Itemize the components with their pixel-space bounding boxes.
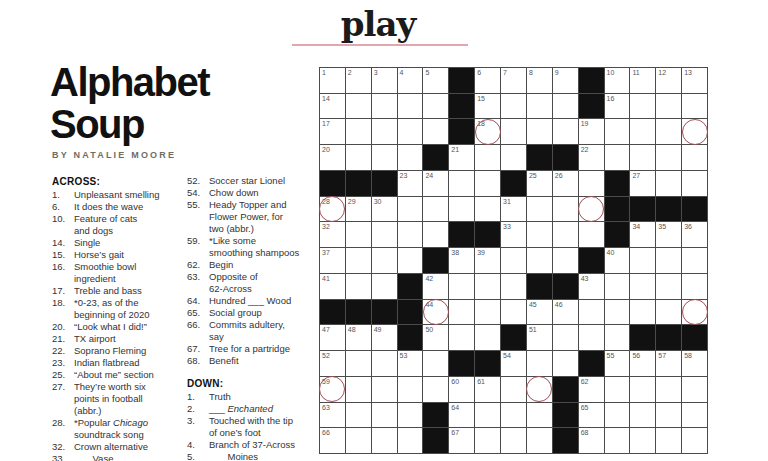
grid-cell[interactable]: 26 — [553, 171, 579, 197]
grid-cell[interactable] — [605, 428, 631, 454]
clue-text: ___ Moines — [209, 451, 321, 461]
clue-text: Crown alternative — [74, 441, 186, 453]
clue-number: 65. — [187, 307, 209, 319]
grid-cell[interactable]: 8 — [527, 68, 553, 94]
grid-cell[interactable] — [372, 119, 398, 145]
grid-cell-black — [346, 300, 372, 326]
grid-cell[interactable] — [579, 197, 605, 223]
clue-text: Soccer star Lionel — [209, 175, 321, 187]
grid-cell[interactable] — [656, 274, 682, 300]
grid-cell-black — [501, 325, 527, 351]
grid-cell[interactable]: 25 — [527, 171, 553, 197]
clue-item: 18.*0-23, as of the beginning of 2020 — [52, 297, 186, 321]
grid-cell[interactable] — [527, 94, 553, 120]
grid-cell[interactable] — [630, 300, 656, 326]
grid-cell[interactable]: 9 — [553, 68, 579, 94]
grid-cell[interactable]: 62 — [579, 377, 605, 403]
grid-cell[interactable] — [656, 428, 682, 454]
grid-cell[interactable] — [372, 403, 398, 429]
grid-cell[interactable]: 19 — [579, 119, 605, 145]
cell-number: 50 — [425, 326, 433, 334]
grid-cell[interactable] — [398, 119, 424, 145]
cell-number: 49 — [374, 326, 382, 334]
clue-text: Begin — [209, 259, 321, 271]
grid-cell[interactable]: 17 — [320, 119, 346, 145]
clue-text: Truth — [209, 391, 321, 403]
grid-cell[interactable] — [656, 171, 682, 197]
grid-cell[interactable] — [553, 325, 579, 351]
grid-cell[interactable]: 10 — [605, 68, 631, 94]
clue-number: 4. — [187, 439, 209, 451]
grid-cell[interactable] — [527, 377, 553, 403]
grid-cell-black — [553, 145, 579, 171]
clue-item: 15.Horse’s gait — [52, 249, 186, 261]
grid-cell[interactable]: 5 — [423, 68, 449, 94]
grid-cell[interactable] — [398, 94, 424, 120]
grid-cell[interactable]: 57 — [656, 351, 682, 377]
grid-cell[interactable] — [527, 222, 553, 248]
grid-cell[interactable]: 47 — [320, 325, 346, 351]
grid-cell[interactable]: 65 — [579, 403, 605, 429]
clue-number: 6. — [52, 201, 74, 213]
grid-cell[interactable] — [346, 119, 372, 145]
grid-cell-black — [527, 145, 553, 171]
clue-text: Heady Topper and Flower Power, for two (… — [209, 199, 321, 235]
grid-cell[interactable] — [553, 351, 579, 377]
clue-number: 54. — [187, 187, 209, 199]
clue-number: 62. — [187, 259, 209, 271]
cell-number: 18 — [477, 120, 485, 128]
grid-cell-black — [682, 197, 708, 223]
grid-cell[interactable]: 56 — [630, 351, 656, 377]
grid-cell[interactable] — [682, 403, 708, 429]
grid-cell[interactable]: 24 — [423, 171, 449, 197]
grid-cell[interactable] — [527, 403, 553, 429]
grid-cell[interactable]: 39 — [475, 248, 501, 274]
grid-cell[interactable] — [527, 428, 553, 454]
grid-cell[interactable]: 43 — [579, 274, 605, 300]
grid-cell[interactable] — [501, 94, 527, 120]
grid-cell[interactable] — [605, 403, 631, 429]
grid-cell[interactable]: 13 — [682, 68, 708, 94]
grid-cell[interactable] — [656, 119, 682, 145]
grid-cell[interactable] — [656, 248, 682, 274]
cell-number: 23 — [400, 172, 408, 180]
grid-cell[interactable] — [605, 377, 631, 403]
clue-text: Hundred ___ Wood — [209, 295, 321, 307]
grid-cell[interactable] — [475, 325, 501, 351]
grid-cell-black — [423, 145, 449, 171]
grid-cell[interactable] — [630, 274, 656, 300]
grid-cell[interactable] — [398, 377, 424, 403]
grid-cell[interactable]: 7 — [501, 68, 527, 94]
clue-number: 2. — [187, 403, 209, 415]
grid-cell[interactable]: 2 — [346, 68, 372, 94]
grid-cell-black — [423, 428, 449, 454]
grid-cell[interactable] — [630, 403, 656, 429]
clue-column-1: 1.Unpleasant smelling6.It does the wave1… — [52, 189, 186, 461]
grid-cell[interactable]: 29 — [346, 197, 372, 223]
grid-cell[interactable] — [398, 403, 424, 429]
clue-item: 52.Soccer star Lionel — [187, 175, 321, 187]
grid-cell[interactable] — [423, 197, 449, 223]
cell-number: 53 — [400, 352, 408, 360]
grid-cell[interactable]: 67 — [449, 428, 475, 454]
clue-text: *Like some smoothing shampoos — [209, 235, 321, 259]
clue-text: Tree for a partridge — [209, 343, 321, 355]
clue-number: 17. — [52, 285, 74, 297]
clue-item: 4.Branch of 37-Across — [187, 439, 321, 451]
grid-cell[interactable] — [527, 119, 553, 145]
grid-cell[interactable] — [630, 94, 656, 120]
grid-cell[interactable] — [527, 351, 553, 377]
grid-cell[interactable] — [449, 274, 475, 300]
grid-cell[interactable] — [630, 248, 656, 274]
grid-cell[interactable] — [656, 94, 682, 120]
cell-number: 22 — [581, 146, 589, 154]
grid-cell[interactable]: 48 — [346, 325, 372, 351]
grid-cell[interactable] — [346, 351, 372, 377]
cell-number: 68 — [581, 429, 589, 437]
clue-text: *Popular Chicago soundtrack song — [74, 417, 186, 441]
grid-cell[interactable] — [630, 428, 656, 454]
grid-cell[interactable]: 35 — [656, 222, 682, 248]
grid-cell[interactable]: 30 — [372, 197, 398, 223]
grid-cell[interactable] — [398, 428, 424, 454]
grid-cell[interactable]: 50 — [423, 325, 449, 351]
grid-cell[interactable]: 16 — [605, 94, 631, 120]
grid-cell[interactable] — [449, 325, 475, 351]
grid-cell-black — [682, 325, 708, 351]
grid-cell[interactable]: 37 — [320, 248, 346, 274]
grid-cell[interactable] — [372, 377, 398, 403]
grid-cell[interactable]: 53 — [398, 351, 424, 377]
grid-cell[interactable]: 59 — [320, 377, 346, 403]
grid-cell-black — [630, 197, 656, 223]
grid-cell[interactable] — [449, 171, 475, 197]
grid-cell[interactable]: 28 — [320, 197, 346, 223]
cell-number: 65 — [581, 404, 589, 412]
clue-number: 68. — [187, 355, 209, 367]
grid-cell[interactable]: 52 — [320, 351, 346, 377]
grid-cell[interactable] — [372, 351, 398, 377]
grid-cell[interactable]: 38 — [449, 248, 475, 274]
clue-item: 1.Unpleasant smelling — [52, 189, 186, 201]
grid-cell[interactable] — [346, 94, 372, 120]
grid-cell-black — [423, 248, 449, 274]
cell-number: 15 — [477, 95, 485, 103]
clue-item: 64.Hundred ___ Wood — [187, 295, 321, 307]
cell-number: 44 — [425, 301, 433, 309]
grid-cell[interactable]: 46 — [553, 300, 579, 326]
grid-cell[interactable] — [656, 300, 682, 326]
grid-cell[interactable] — [398, 248, 424, 274]
grid-cell[interactable] — [475, 171, 501, 197]
grid-cell[interactable] — [553, 119, 579, 145]
cell-number: 4 — [400, 69, 404, 77]
grid-cell[interactable] — [682, 248, 708, 274]
grid-cell[interactable] — [605, 274, 631, 300]
grid-cell[interactable]: 60 — [449, 377, 475, 403]
grid-cell-black — [449, 68, 475, 94]
clue-item: 25.“About me” section — [52, 369, 186, 381]
clue-item: 16.Smoothie bowl ingredient — [52, 261, 186, 285]
grid-cell[interactable] — [423, 222, 449, 248]
grid-cell[interactable]: 41 — [320, 274, 346, 300]
grid-cell[interactable]: 23 — [398, 171, 424, 197]
grid-cell[interactable]: 14 — [320, 94, 346, 120]
grid-cell[interactable] — [449, 197, 475, 223]
grid-cell[interactable]: 27 — [630, 171, 656, 197]
grid-cell[interactable] — [656, 145, 682, 171]
grid-cell[interactable] — [346, 248, 372, 274]
grid-cell[interactable] — [605, 325, 631, 351]
grid-cell[interactable] — [553, 197, 579, 223]
cell-number: 46 — [555, 301, 563, 309]
grid-cell[interactable] — [527, 248, 553, 274]
grid-cell[interactable] — [682, 428, 708, 454]
grid-cell[interactable]: 31 — [501, 197, 527, 223]
grid-cell[interactable] — [656, 377, 682, 403]
grid-cell[interactable] — [579, 222, 605, 248]
grid-cell[interactable] — [423, 119, 449, 145]
grid-cell[interactable] — [682, 171, 708, 197]
grid-cell[interactable] — [501, 119, 527, 145]
clue-number: 59. — [187, 235, 209, 259]
grid-cell[interactable]: 63 — [320, 403, 346, 429]
grid-cell-black — [423, 403, 449, 429]
puzzle-byline: BY NATALIE MOORE — [52, 150, 176, 160]
grid-cell[interactable] — [579, 300, 605, 326]
grid-cell[interactable] — [682, 145, 708, 171]
grid-cell[interactable] — [682, 377, 708, 403]
grid-cell[interactable] — [423, 377, 449, 403]
grid-cell-black — [449, 119, 475, 145]
grid-cell[interactable] — [501, 403, 527, 429]
clue-number: 22. — [52, 345, 74, 357]
cell-number: 61 — [477, 378, 485, 386]
grid-cell-black — [372, 171, 398, 197]
cell-number: 43 — [581, 275, 589, 283]
grid-cell[interactable]: 42 — [423, 274, 449, 300]
clue-number: 23. — [52, 357, 74, 369]
grid-cell[interactable] — [475, 403, 501, 429]
grid-cell[interactable]: 54 — [501, 351, 527, 377]
grid-cell[interactable] — [346, 222, 372, 248]
grid-cell[interactable] — [372, 428, 398, 454]
grid-cell[interactable] — [475, 145, 501, 171]
grid-cell[interactable] — [501, 377, 527, 403]
grid-cell[interactable] — [398, 222, 424, 248]
grid-cell[interactable]: 58 — [682, 351, 708, 377]
across-heading: ACROSS: — [52, 176, 100, 187]
grid-cell[interactable] — [475, 300, 501, 326]
clue-item: 32.Crown alternative — [52, 441, 186, 453]
grid-cell[interactable] — [423, 351, 449, 377]
grid-cell[interactable] — [553, 248, 579, 274]
grid-cell[interactable] — [372, 94, 398, 120]
grid-cell-black — [605, 222, 631, 248]
clue-number: 28. — [52, 417, 74, 441]
grid-cell[interactable]: 20 — [320, 145, 346, 171]
clue-number: 20. — [52, 321, 74, 333]
cell-number: 36 — [684, 223, 692, 231]
grid-cell[interactable] — [372, 222, 398, 248]
clue-number: 10. — [52, 213, 74, 237]
grid-cell[interactable]: 18 — [475, 119, 501, 145]
cell-number: 64 — [451, 404, 459, 412]
grid-cell[interactable]: 32 — [320, 222, 346, 248]
grid-cell[interactable] — [346, 403, 372, 429]
grid-cell[interactable]: 55 — [605, 351, 631, 377]
grid-cell[interactable] — [372, 248, 398, 274]
grid-cell[interactable] — [501, 274, 527, 300]
grid-cell[interactable]: 51 — [527, 325, 553, 351]
grid-cell-black — [320, 300, 346, 326]
grid-cell[interactable]: 11 — [630, 68, 656, 94]
clue-number: 15. — [52, 249, 74, 261]
clue-text: Chow down — [209, 187, 321, 199]
grid-cell[interactable] — [630, 119, 656, 145]
grid-cell-black — [579, 248, 605, 274]
grid-cell[interactable] — [346, 145, 372, 171]
clue-item: 65.Social group — [187, 307, 321, 319]
grid-cell[interactable]: 21 — [449, 145, 475, 171]
grid-cell[interactable] — [449, 300, 475, 326]
grid-cell[interactable] — [553, 94, 579, 120]
grid-cell[interactable] — [501, 300, 527, 326]
clue-number: 66. — [187, 319, 209, 343]
grid-cell[interactable] — [398, 197, 424, 223]
grid-cell[interactable]: 66 — [320, 428, 346, 454]
grid-cell[interactable] — [682, 300, 708, 326]
grid-cell[interactable] — [630, 145, 656, 171]
clue-text: Treble and bass — [74, 285, 186, 297]
cell-number: 35 — [658, 223, 666, 231]
grid-cell[interactable] — [423, 94, 449, 120]
grid-cell[interactable]: 61 — [475, 377, 501, 403]
grid-cell[interactable]: 45 — [527, 300, 553, 326]
grid-cell-black — [320, 171, 346, 197]
cell-number: 10 — [607, 69, 615, 77]
clue-number: 5. — [187, 451, 209, 461]
grid-cell[interactable]: 40 — [605, 248, 631, 274]
grid-cell[interactable] — [630, 377, 656, 403]
grid-cell-black — [527, 274, 553, 300]
grid-cell[interactable]: 22 — [579, 145, 605, 171]
grid-cell[interactable] — [346, 377, 372, 403]
grid-cell[interactable] — [501, 145, 527, 171]
cell-number: 34 — [632, 223, 640, 231]
grid-cell[interactable] — [605, 300, 631, 326]
cell-number: 7 — [503, 69, 507, 77]
grid-cell[interactable]: 68 — [579, 428, 605, 454]
cell-number: 33 — [503, 223, 511, 231]
grid-cell[interactable]: 64 — [449, 403, 475, 429]
grid-cell[interactable]: 3 — [372, 68, 398, 94]
grid-cell[interactable] — [579, 171, 605, 197]
cell-number: 30 — [374, 198, 382, 206]
clue-item: 62.Begin — [187, 259, 321, 271]
clue-item: 54.Chow down — [187, 187, 321, 199]
grid-cell[interactable]: 4 — [398, 68, 424, 94]
clue-item: 17.Treble and bass — [52, 285, 186, 297]
clue-number: 52. — [187, 175, 209, 187]
grid-cell[interactable] — [682, 94, 708, 120]
grid-cell-black — [553, 377, 579, 403]
grid-cell[interactable] — [501, 428, 527, 454]
grid-cell-black — [501, 171, 527, 197]
clue-item: 21.TX airport — [52, 333, 186, 345]
clue-text: TX airport — [74, 333, 186, 345]
clue-item: 1.Truth — [187, 391, 321, 403]
grid-cell[interactable]: 44 — [423, 300, 449, 326]
grid-cell[interactable] — [682, 119, 708, 145]
grid-cell[interactable] — [398, 145, 424, 171]
grid-cell[interactable]: 15 — [475, 94, 501, 120]
grid-cell-black — [553, 403, 579, 429]
grid-cell[interactable] — [346, 428, 372, 454]
puzzle-title: Alphabet Soup — [50, 61, 209, 145]
clue-item: 67.Tree for a partridge — [187, 343, 321, 355]
grid-cell[interactable] — [372, 274, 398, 300]
clue-number: 64. — [187, 295, 209, 307]
clue-text: *0-23, as of the beginning of 2020 — [74, 297, 186, 321]
grid-cell[interactable] — [553, 222, 579, 248]
clue-number: 33. — [52, 453, 74, 461]
grid-cell[interactable] — [579, 325, 605, 351]
clue-number: 1. — [187, 391, 209, 403]
grid-cell[interactable]: 49 — [372, 325, 398, 351]
grid-cell[interactable] — [527, 197, 553, 223]
clue-item: 10.Feature of cats and dogs — [52, 213, 186, 237]
grid-cell[interactable]: 36 — [682, 222, 708, 248]
grid-cell[interactable] — [372, 145, 398, 171]
cell-number: 67 — [451, 429, 459, 437]
grid-cell[interactable] — [656, 403, 682, 429]
grid-cell[interactable] — [605, 145, 631, 171]
clue-item: 68.Benefit — [187, 355, 321, 367]
grid-cell[interactable] — [605, 119, 631, 145]
cell-number: 1 — [322, 69, 326, 77]
grid-cell[interactable]: 1 — [320, 68, 346, 94]
grid-cell[interactable] — [475, 274, 501, 300]
clue-text: Horse’s gait — [74, 249, 186, 261]
cell-number: 6 — [477, 69, 481, 77]
clue-text: ___ Vase — [74, 453, 186, 461]
clue-item: 6.It does the wave — [52, 201, 186, 213]
grid-cell[interactable]: 33 — [501, 222, 527, 248]
crossword-grid: 1234567891011121314151617181920212223242… — [319, 67, 708, 454]
grid-cell[interactable]: 12 — [656, 68, 682, 94]
grid-cell[interactable]: 6 — [475, 68, 501, 94]
grid-cell[interactable]: 34 — [630, 222, 656, 248]
cell-number: 9 — [555, 69, 559, 77]
cell-number: 57 — [658, 352, 666, 360]
grid-cell[interactable] — [501, 248, 527, 274]
cell-number: 41 — [322, 275, 330, 283]
grid-cell[interactable] — [682, 274, 708, 300]
grid-cell[interactable] — [346, 274, 372, 300]
clue-number: 67. — [187, 343, 209, 355]
grid-cell-black — [553, 428, 579, 454]
grid-cell[interactable] — [475, 197, 501, 223]
cell-number: 24 — [425, 172, 433, 180]
clue-text: Opposite of 62-Across — [209, 271, 321, 295]
grid-cell[interactable] — [475, 428, 501, 454]
cell-number: 21 — [451, 146, 459, 154]
cell-number: 51 — [529, 326, 537, 334]
